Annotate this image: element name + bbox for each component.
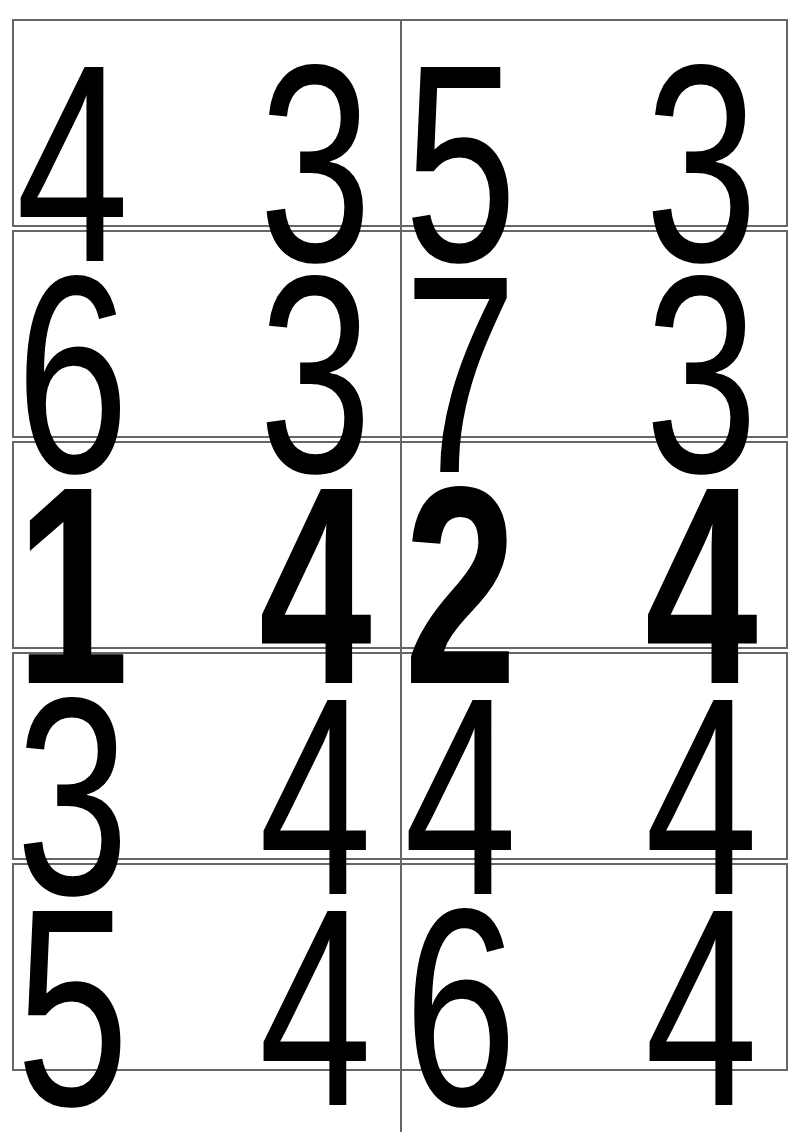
digit: 4 [259, 867, 372, 1132]
digit: 4 [645, 867, 758, 1132]
card-row-5: 5 4 6 4 [12, 863, 788, 1071]
card-row-2: 6 3 7 3 [12, 230, 788, 438]
digit: 5 [16, 867, 129, 1132]
card-row-3: 1 4 2 4 [12, 441, 788, 649]
card-cell-6-4: 6 4 [400, 865, 786, 1132]
card-row-4: 3 4 4 4 [12, 652, 788, 860]
card-row-1: 4 3 5 3 [12, 19, 788, 227]
flashcard-sheet: 4 3 5 3 6 3 7 3 1 4 2 4 3 4 [12, 19, 788, 1071]
digit: 6 [404, 867, 517, 1132]
card-cell-5-4: 5 4 [14, 865, 400, 1132]
